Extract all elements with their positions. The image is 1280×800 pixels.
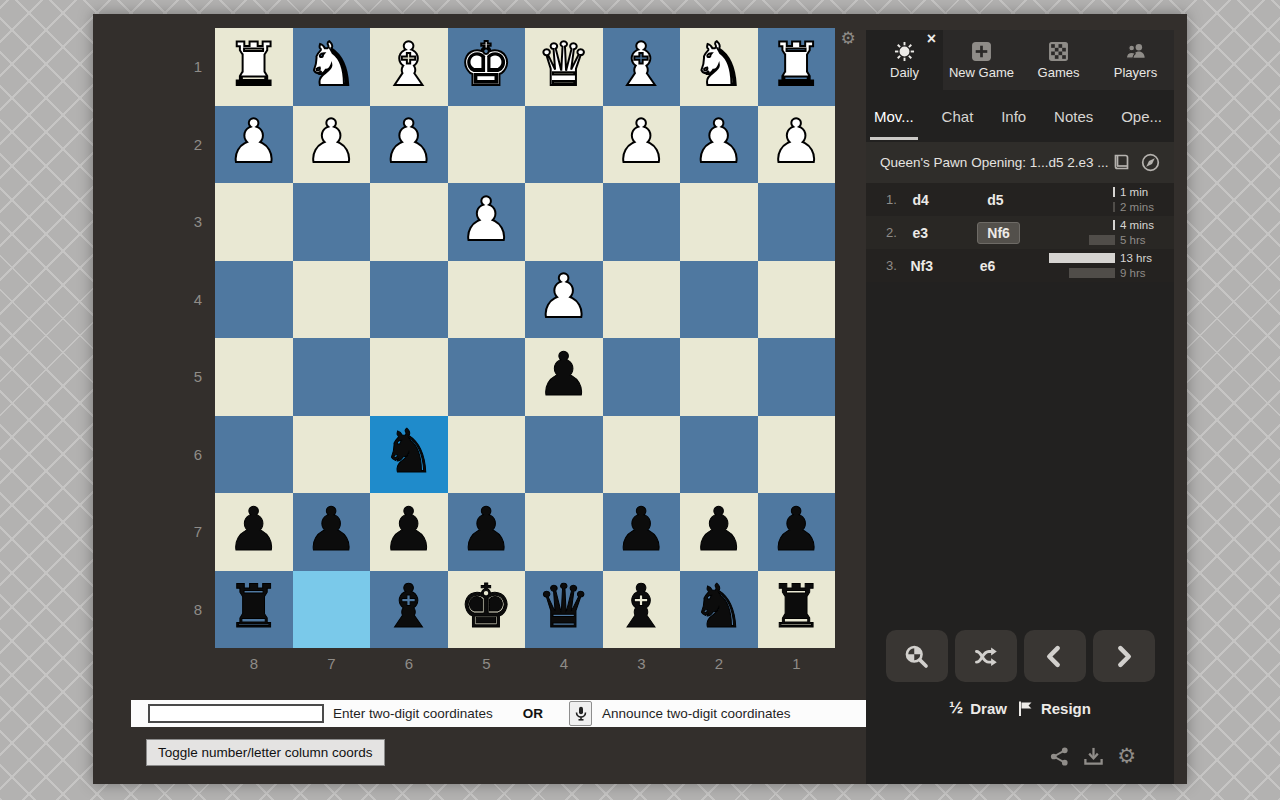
square-c6[interactable] xyxy=(603,416,681,494)
time-bar xyxy=(1089,235,1115,245)
move-number: 2. xyxy=(886,225,912,240)
square-a3[interactable] xyxy=(758,183,836,261)
sidebar-footer-icons: ⚙ xyxy=(1049,746,1136,767)
square-a5[interactable] xyxy=(758,338,836,416)
rank-label-3: 3 xyxy=(178,213,202,230)
file-label-1: 1 xyxy=(758,655,836,672)
square-a1[interactable]: ♜ xyxy=(758,28,836,106)
review-magnifier-icon xyxy=(903,643,930,670)
square-e2[interactable] xyxy=(448,106,526,184)
file-label-5: 5 xyxy=(448,655,526,672)
coordinate-input-bar: Enter two-digit coordinates OR Announce … xyxy=(131,700,866,727)
tab-new-game[interactable]: New Game xyxy=(943,30,1020,90)
tab-label: Games xyxy=(1038,65,1080,80)
download-icon[interactable] xyxy=(1083,746,1104,767)
black-move[interactable]: d5 xyxy=(987,192,1062,208)
square-f2[interactable]: ♟ xyxy=(370,106,448,184)
file-label-4: 4 xyxy=(525,655,603,672)
announce-coordinates-label: Announce two-digit coordinates xyxy=(602,706,790,721)
move-times: 13 hrs9 hrs xyxy=(1049,251,1174,281)
coordinate-input[interactable] xyxy=(148,704,324,723)
piece-white-pawn: ♟ xyxy=(459,189,513,249)
time-bar xyxy=(1049,253,1115,263)
square-g7[interactable]: ♟ xyxy=(293,493,371,571)
square-d6[interactable] xyxy=(525,416,603,494)
white-move[interactable]: Nf3 xyxy=(910,258,979,274)
offer-row: ½ Draw Resign xyxy=(866,698,1174,718)
piece-white-pawn: ♟ xyxy=(382,111,436,171)
selected-move: Nf6 xyxy=(977,222,1020,244)
square-e5[interactable] xyxy=(448,338,526,416)
tab-ope[interactable]: Ope... xyxy=(1121,108,1162,125)
square-b3[interactable] xyxy=(680,183,758,261)
piece-white-rook: ♜ xyxy=(227,34,281,94)
players-icon xyxy=(1124,40,1147,62)
time-text: 1 min xyxy=(1120,186,1166,198)
square-d3[interactable] xyxy=(525,183,603,261)
square-b1[interactable]: ♞ xyxy=(680,28,758,106)
rank-label-8: 8 xyxy=(178,601,202,618)
move-row-1: 1.d4d51 min2 mins xyxy=(866,183,1174,216)
square-f8[interactable]: ♝ xyxy=(370,571,448,649)
square-f1[interactable]: ♝ xyxy=(370,28,448,106)
file-label-7: 7 xyxy=(293,655,371,672)
piece-black-pawn: ♟ xyxy=(692,499,746,559)
square-d7[interactable] xyxy=(525,493,603,571)
close-icon[interactable]: × xyxy=(927,31,936,47)
square-g6[interactable] xyxy=(293,416,371,494)
moves-list: 1.d4d51 min2 mins2.e3Nf64 mins5 hrs3.Nf3… xyxy=(866,183,1174,282)
icon-tab-bar: Daily×New GameGamesPlayers xyxy=(866,30,1174,90)
piece-white-pawn: ♟ xyxy=(769,111,823,171)
microphone-icon xyxy=(575,706,587,721)
rank-label-6: 6 xyxy=(178,446,202,463)
opening-bar: Queen's Pawn Opening: 1...d5 2.e3 ... xyxy=(866,142,1174,183)
time-text: 2 mins xyxy=(1120,201,1166,213)
white-move[interactable]: d4 xyxy=(912,192,987,208)
tab-games[interactable]: Games xyxy=(1020,30,1097,90)
square-h4[interactable] xyxy=(215,261,293,339)
piece-white-king: ♚ xyxy=(459,34,513,94)
toggle-coords-button[interactable]: Toggle number/letter column coords xyxy=(146,739,385,766)
piece-black-queen: ♛ xyxy=(537,576,591,636)
or-label: OR xyxy=(523,706,543,721)
square-c5[interactable] xyxy=(603,338,681,416)
time-bar xyxy=(1113,202,1115,212)
piece-white-bishop: ♝ xyxy=(614,34,668,94)
move-times: 1 min2 mins xyxy=(1062,185,1174,215)
piece-white-pawn: ♟ xyxy=(614,111,668,171)
time-bar xyxy=(1113,220,1115,230)
file-label-8: 8 xyxy=(215,655,293,672)
analysis-shuffle-icon xyxy=(972,643,999,670)
piece-white-knight: ♞ xyxy=(692,34,746,94)
square-d2[interactable] xyxy=(525,106,603,184)
move-row-3: 3.Nf3e613 hrs9 hrs xyxy=(866,249,1174,282)
plus-square-icon xyxy=(971,40,992,62)
square-a7[interactable]: ♟ xyxy=(758,493,836,571)
square-b7[interactable]: ♟ xyxy=(680,493,758,571)
move-number: 1. xyxy=(886,192,912,207)
sidebar-panel: Daily×New GameGamesPlayers Mov...ChatInf… xyxy=(866,30,1174,784)
time-bar xyxy=(1113,187,1115,197)
tab-notes[interactable]: Notes xyxy=(1054,108,1093,125)
piece-black-pawn: ♟ xyxy=(382,499,436,559)
square-c2[interactable]: ♟ xyxy=(603,106,681,184)
tab-daily[interactable]: Daily× xyxy=(866,30,943,90)
piece-white-queen: ♛ xyxy=(537,34,591,94)
square-c8[interactable]: ♝ xyxy=(603,571,681,649)
square-g8[interactable] xyxy=(293,571,371,649)
square-b2[interactable]: ♟ xyxy=(680,106,758,184)
square-h1[interactable]: ♜ xyxy=(215,28,293,106)
piece-black-bishop: ♝ xyxy=(614,576,668,636)
piece-black-pawn: ♟ xyxy=(769,499,823,559)
analysis-shuffle-button[interactable] xyxy=(955,630,1017,682)
piece-white-pawn: ♟ xyxy=(304,111,358,171)
share-icon[interactable] xyxy=(1049,746,1070,767)
tab-info[interactable]: Info xyxy=(1001,108,1026,125)
rank-label-4: 4 xyxy=(178,291,202,308)
desktop-background: ♜♞♝♚♛♝♞♜♟♟♟♟♟♟♟♟♟♞♟♟♟♟♟♟♟♜♝♚♛♝♞♜ 1234567… xyxy=(0,0,1280,800)
square-h8[interactable]: ♜ xyxy=(215,571,293,649)
square-f6[interactable]: ♞ xyxy=(370,416,448,494)
text-tab-bar: Mov...ChatInfoNotesOpe... xyxy=(866,90,1174,142)
square-g5[interactable] xyxy=(293,338,371,416)
half-point-glyph: ½ xyxy=(949,698,963,718)
square-g1[interactable]: ♞ xyxy=(293,28,371,106)
board-grid-icon xyxy=(1048,40,1069,62)
enter-coordinates-label: Enter two-digit coordinates xyxy=(333,706,493,721)
square-e7[interactable]: ♟ xyxy=(448,493,526,571)
square-c3[interactable] xyxy=(603,183,681,261)
tab-label: New Game xyxy=(949,65,1014,80)
square-g2[interactable]: ♟ xyxy=(293,106,371,184)
rank-label-5: 5 xyxy=(178,368,202,385)
piece-black-knight: ♞ xyxy=(382,421,436,481)
square-e1[interactable]: ♚ xyxy=(448,28,526,106)
file-label-6: 6 xyxy=(370,655,448,672)
tab-players[interactable]: Players xyxy=(1097,30,1174,90)
explorer-compass-icon[interactable] xyxy=(1141,153,1160,172)
piece-black-knight: ♞ xyxy=(692,576,746,636)
file-label-3: 3 xyxy=(603,655,681,672)
white-move[interactable]: e3 xyxy=(912,225,987,241)
chevron-left-icon xyxy=(1042,644,1067,669)
chess-board: ♜♞♝♚♛♝♞♜♟♟♟♟♟♟♟♟♟♞♟♟♟♟♟♟♟♜♝♚♛♝♞♜ xyxy=(215,28,835,648)
rank-label-1: 1 xyxy=(178,58,202,75)
chevron-left-button[interactable] xyxy=(1024,630,1086,682)
chevron-right-icon xyxy=(1111,644,1136,669)
piece-black-king: ♚ xyxy=(459,576,513,636)
square-c4[interactable] xyxy=(603,261,681,339)
square-c1[interactable]: ♝ xyxy=(603,28,681,106)
opening-name: Queen's Pawn Opening: 1...d5 2.e3 ... xyxy=(880,155,1108,170)
square-f7[interactable]: ♟ xyxy=(370,493,448,571)
time-text: 5 hrs xyxy=(1120,234,1166,246)
time-text: 13 hrs xyxy=(1120,252,1166,264)
review-magnifier-button[interactable] xyxy=(886,630,948,682)
sun-icon xyxy=(894,40,915,62)
black-move[interactable]: e6 xyxy=(980,258,1049,274)
rank-label-7: 7 xyxy=(178,523,202,540)
square-h2[interactable]: ♟ xyxy=(215,106,293,184)
square-a8[interactable]: ♜ xyxy=(758,571,836,649)
time-text: 9 hrs xyxy=(1120,267,1166,279)
square-b5[interactable] xyxy=(680,338,758,416)
square-d8[interactable]: ♛ xyxy=(525,571,603,649)
square-g3[interactable] xyxy=(293,183,371,261)
square-f5[interactable] xyxy=(370,338,448,416)
square-a6[interactable] xyxy=(758,416,836,494)
square-a2[interactable]: ♟ xyxy=(758,106,836,184)
square-h5[interactable] xyxy=(215,338,293,416)
square-a4[interactable] xyxy=(758,261,836,339)
move-number: 3. xyxy=(886,258,910,273)
piece-black-rook: ♜ xyxy=(227,576,281,636)
draw-button[interactable]: ½ Draw xyxy=(949,698,1007,718)
resign-button[interactable]: Resign xyxy=(1017,700,1091,717)
book-icon[interactable] xyxy=(1112,153,1131,172)
piece-black-pawn: ♟ xyxy=(459,499,513,559)
rank-label-2: 2 xyxy=(178,136,202,153)
piece-white-pawn: ♟ xyxy=(227,111,281,171)
black-move[interactable]: Nf6 xyxy=(987,222,1062,244)
piece-white-rook: ♜ xyxy=(769,34,823,94)
chevron-right-button[interactable] xyxy=(1093,630,1155,682)
microphone-button[interactable] xyxy=(569,701,592,726)
square-f4[interactable] xyxy=(370,261,448,339)
square-b8[interactable]: ♞ xyxy=(680,571,758,649)
board-settings-gear-icon[interactable]: ⚙ xyxy=(838,28,858,48)
gear-icon[interactable]: ⚙ xyxy=(1117,746,1136,767)
square-f3[interactable] xyxy=(370,183,448,261)
square-e3[interactable]: ♟ xyxy=(448,183,526,261)
tab-mov[interactable]: Mov... xyxy=(874,108,914,125)
square-c7[interactable]: ♟ xyxy=(603,493,681,571)
square-b6[interactable] xyxy=(680,416,758,494)
flag-icon xyxy=(1017,700,1034,717)
square-e4[interactable] xyxy=(448,261,526,339)
move-times: 4 mins5 hrs xyxy=(1062,218,1174,248)
square-h6[interactable] xyxy=(215,416,293,494)
tab-label: Daily xyxy=(890,65,919,80)
piece-black-pawn: ♟ xyxy=(537,344,591,404)
piece-black-bishop: ♝ xyxy=(382,576,436,636)
square-h3[interactable] xyxy=(215,183,293,261)
square-b4[interactable] xyxy=(680,261,758,339)
piece-black-pawn: ♟ xyxy=(227,499,281,559)
time-bar xyxy=(1069,268,1115,278)
square-e8[interactable]: ♚ xyxy=(448,571,526,649)
piece-white-bishop: ♝ xyxy=(382,34,436,94)
square-d1[interactable]: ♛ xyxy=(525,28,603,106)
piece-black-rook: ♜ xyxy=(769,576,823,636)
piece-black-pawn: ♟ xyxy=(614,499,668,559)
square-h7[interactable]: ♟ xyxy=(215,493,293,571)
time-text: 4 mins xyxy=(1120,219,1166,231)
tab-chat[interactable]: Chat xyxy=(942,108,974,125)
square-e6[interactable] xyxy=(448,416,526,494)
piece-white-pawn: ♟ xyxy=(537,266,591,326)
move-row-2: 2.e3Nf64 mins5 hrs xyxy=(866,216,1174,249)
piece-white-knight: ♞ xyxy=(304,34,358,94)
piece-white-pawn: ♟ xyxy=(692,111,746,171)
square-d5[interactable]: ♟ xyxy=(525,338,603,416)
square-d4[interactable]: ♟ xyxy=(525,261,603,339)
move-nav-buttons xyxy=(866,630,1174,682)
piece-black-pawn: ♟ xyxy=(304,499,358,559)
tab-label: Players xyxy=(1114,65,1157,80)
app-window: ♜♞♝♚♛♝♞♜♟♟♟♟♟♟♟♟♟♞♟♟♟♟♟♟♟♜♝♚♛♝♞♜ 1234567… xyxy=(93,14,1187,784)
file-label-2: 2 xyxy=(680,655,758,672)
square-g4[interactable] xyxy=(293,261,371,339)
